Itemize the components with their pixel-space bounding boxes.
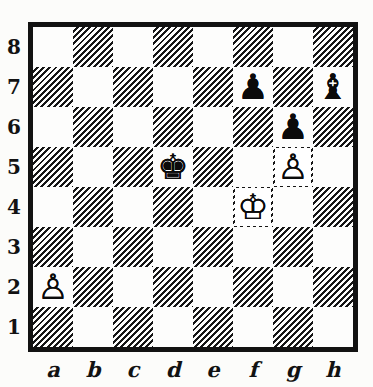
square-e5 xyxy=(193,147,233,187)
square-h6 xyxy=(313,107,353,147)
white-pawn: ♙ xyxy=(35,268,71,306)
rank-label-2: 2 xyxy=(3,267,25,307)
square-h7: ♝ xyxy=(313,67,353,107)
rank-labels: 87654321 xyxy=(3,27,25,347)
rank-label-4: 4 xyxy=(3,187,25,227)
rank-label-1: 1 xyxy=(3,307,25,347)
square-e3 xyxy=(193,227,233,267)
file-label-h: h xyxy=(313,355,353,383)
square-d1 xyxy=(153,307,193,347)
square-b1 xyxy=(73,307,113,347)
square-f8 xyxy=(233,27,273,67)
rank-label-6: 6 xyxy=(3,107,25,147)
square-h2 xyxy=(313,267,353,307)
rank-label-3: 3 xyxy=(3,227,25,267)
square-f5 xyxy=(233,147,273,187)
square-g7 xyxy=(273,67,313,107)
square-h4 xyxy=(313,187,353,227)
square-c7 xyxy=(113,67,153,107)
square-f1 xyxy=(233,307,273,347)
file-label-f: f xyxy=(233,355,273,383)
square-e4 xyxy=(193,187,233,227)
square-f4: ♔ xyxy=(233,187,273,227)
black-bishop: ♝ xyxy=(315,68,351,106)
square-a6 xyxy=(33,107,73,147)
square-h8 xyxy=(313,27,353,67)
square-f2 xyxy=(233,267,273,307)
square-a8 xyxy=(33,27,73,67)
square-f7: ♟ xyxy=(233,67,273,107)
square-d7 xyxy=(153,67,193,107)
square-g3 xyxy=(273,227,313,267)
chess-diagram-page: 87654321 ♟♝♟♚♙♔♙ abcdefgh xyxy=(0,0,373,387)
square-f6 xyxy=(233,107,273,147)
square-g1 xyxy=(273,307,313,347)
square-f3 xyxy=(233,227,273,267)
square-b8 xyxy=(73,27,113,67)
rank-label-5: 5 xyxy=(3,147,25,187)
file-label-g: g xyxy=(273,355,313,383)
square-d2 xyxy=(153,267,193,307)
square-e1 xyxy=(193,307,233,347)
square-e2 xyxy=(193,267,233,307)
square-a7 xyxy=(33,67,73,107)
square-c6 xyxy=(113,107,153,147)
file-label-b: b xyxy=(73,355,113,383)
rank-label-7: 7 xyxy=(3,67,25,107)
square-h3 xyxy=(313,227,353,267)
square-b3 xyxy=(73,227,113,267)
square-g4 xyxy=(273,187,313,227)
square-d5: ♚ xyxy=(153,147,193,187)
square-g5: ♙ xyxy=(273,147,313,187)
square-a5 xyxy=(33,147,73,187)
file-label-c: c xyxy=(113,355,153,383)
white-pawn: ♙ xyxy=(275,148,311,186)
square-g2 xyxy=(273,267,313,307)
square-a4 xyxy=(33,187,73,227)
square-c8 xyxy=(113,27,153,67)
square-b4 xyxy=(73,187,113,227)
square-d6 xyxy=(153,107,193,147)
square-h1 xyxy=(313,307,353,347)
square-e8 xyxy=(193,27,233,67)
black-king: ♚ xyxy=(155,148,191,186)
square-c4 xyxy=(113,187,153,227)
square-b2 xyxy=(73,267,113,307)
square-c3 xyxy=(113,227,153,267)
square-g8 xyxy=(273,27,313,67)
square-e6 xyxy=(193,107,233,147)
square-h5 xyxy=(313,147,353,187)
file-label-e: e xyxy=(193,355,233,383)
rank-label-8: 8 xyxy=(3,27,25,67)
file-label-a: a xyxy=(33,355,73,383)
square-a1 xyxy=(33,307,73,347)
square-a3 xyxy=(33,227,73,267)
square-b5 xyxy=(73,147,113,187)
square-b7 xyxy=(73,67,113,107)
square-d8 xyxy=(153,27,193,67)
file-label-d: d xyxy=(153,355,193,383)
square-e7 xyxy=(193,67,233,107)
square-c1 xyxy=(113,307,153,347)
square-b6 xyxy=(73,107,113,147)
board-frame: ♟♝♟♚♙♔♙ xyxy=(28,22,358,352)
file-labels: abcdefgh xyxy=(33,355,353,383)
black-pawn: ♟ xyxy=(235,68,271,106)
square-a2: ♙ xyxy=(33,267,73,307)
square-g6: ♟ xyxy=(273,107,313,147)
square-c2 xyxy=(113,267,153,307)
white-king: ♔ xyxy=(235,188,271,226)
black-pawn: ♟ xyxy=(275,108,311,146)
square-d3 xyxy=(153,227,193,267)
chess-board: ♟♝♟♚♙♔♙ xyxy=(33,27,353,347)
square-c5 xyxy=(113,147,153,187)
square-d4 xyxy=(153,187,193,227)
